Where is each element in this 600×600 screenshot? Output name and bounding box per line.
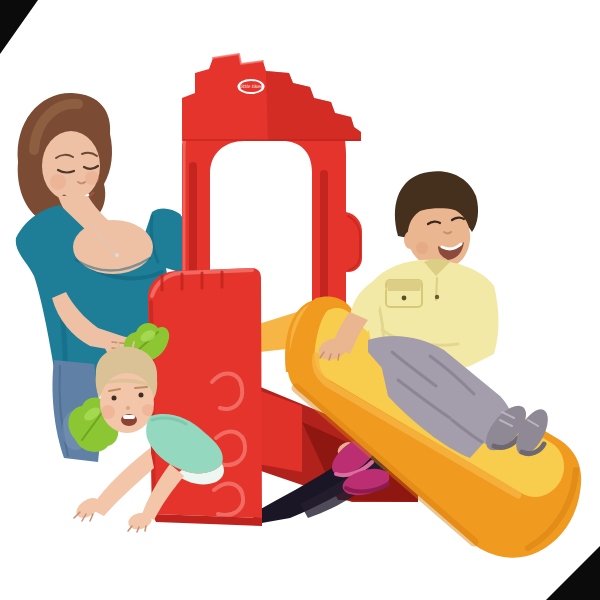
boy-pocket-flap [386,280,422,291]
baby-teeth [123,415,135,419]
photo-illustration: little tikes [0,0,600,600]
boy-blush [416,242,428,254]
product-photo: little tikes [0,0,600,600]
baby-nose [126,406,130,410]
boy-pocket-button [402,296,407,301]
baby-eye-right [139,393,144,398]
logo-text: little tikes [240,84,263,89]
boy-placket-button [435,295,439,299]
baby-eye-left [112,396,117,401]
littletikes-logo: little tikes [238,79,265,94]
boy-ear [404,231,416,249]
woman-pendant [115,253,119,257]
woman-face [42,131,100,201]
woman-blush-left [50,174,66,190]
arch-groove-right [320,170,328,318]
baby-blush-left [101,405,115,419]
baby-blush-right [142,404,154,416]
woman-blush-right [85,171,99,185]
